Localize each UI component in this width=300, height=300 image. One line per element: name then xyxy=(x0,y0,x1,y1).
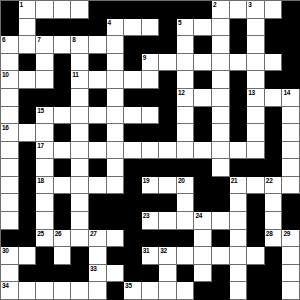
black-cell-r17c12 xyxy=(194,282,212,300)
white-cell-r9c7[interactable] xyxy=(107,142,125,160)
white-cell-r8c3[interactable] xyxy=(36,124,54,142)
black-cell-r14c8 xyxy=(124,230,142,248)
white-cell-r2c12[interactable] xyxy=(194,19,212,37)
crossword-board: 1234567891011121314151617181920212223242… xyxy=(0,0,300,300)
white-cell-r9c6[interactable] xyxy=(89,142,107,160)
black-cell-r13c2 xyxy=(19,212,37,230)
white-cell-r5c6[interactable] xyxy=(89,71,107,89)
white-cell-r5c2[interactable] xyxy=(19,71,37,89)
clue-number-15: 15 xyxy=(37,107,44,114)
black-cell-r7c2 xyxy=(19,107,37,125)
clue-number-26: 26 xyxy=(55,230,62,237)
white-cell-r4c13[interactable] xyxy=(212,54,230,72)
black-cell-r12c7 xyxy=(107,194,125,212)
black-cell-r8c10 xyxy=(159,124,177,142)
white-cell-r13c1[interactable] xyxy=(1,212,19,230)
white-cell-r16c7[interactable] xyxy=(107,265,125,283)
black-cell-r1c17 xyxy=(282,1,300,19)
black-cell-r12c4 xyxy=(54,194,72,212)
black-cell-r14c11 xyxy=(177,230,195,248)
white-cell-r2c7[interactable]: 4 xyxy=(107,19,125,37)
black-cell-r7c10 xyxy=(159,107,177,125)
white-cell-r11c15[interactable] xyxy=(247,177,265,195)
white-cell-r13c11[interactable] xyxy=(177,212,195,230)
white-cell-r17c10[interactable] xyxy=(159,282,177,300)
black-cell-r12c9 xyxy=(142,194,160,212)
white-cell-r6c17[interactable]: 14 xyxy=(282,89,300,107)
white-cell-r1c5[interactable] xyxy=(71,1,89,19)
white-cell-r14c14[interactable] xyxy=(230,230,248,248)
black-cell-r10c10 xyxy=(159,159,177,177)
black-cell-r16c13 xyxy=(212,265,230,283)
black-cell-r13c15 xyxy=(247,212,265,230)
white-cell-r11c7[interactable] xyxy=(107,177,125,195)
white-cell-r1c16[interactable] xyxy=(265,1,283,19)
white-cell-r10c13[interactable] xyxy=(212,159,230,177)
black-cell-r15c3 xyxy=(36,247,54,265)
white-cell-r12c1[interactable] xyxy=(1,194,19,212)
white-cell-r10c3[interactable] xyxy=(36,159,54,177)
white-cell-r10c7[interactable] xyxy=(107,159,125,177)
black-cell-r15c7 xyxy=(107,247,125,265)
clue-number-10: 10 xyxy=(2,71,9,78)
white-cell-r9c3[interactable]: 17 xyxy=(36,142,54,160)
black-cell-r17c16 xyxy=(265,282,283,300)
black-cell-r13c8 xyxy=(124,212,142,230)
white-cell-r4c7[interactable] xyxy=(107,54,125,72)
black-cell-r10c11 xyxy=(177,159,195,177)
white-cell-r7c9[interactable] xyxy=(142,107,160,125)
black-cell-r12c12 xyxy=(194,194,212,212)
white-cell-r8c5[interactable] xyxy=(71,124,89,142)
white-cell-r5c11[interactable] xyxy=(177,71,195,89)
black-cell-r13c7 xyxy=(107,212,125,230)
clue-number-28: 28 xyxy=(266,230,273,237)
black-cell-r17c7 xyxy=(107,282,125,300)
white-cell-r6c12[interactable] xyxy=(194,89,212,107)
white-cell-r15c13[interactable] xyxy=(212,247,230,265)
white-cell-r17c1[interactable]: 34 xyxy=(1,282,19,300)
black-cell-r10c4 xyxy=(54,159,72,177)
white-cell-r1c3[interactable] xyxy=(36,1,54,19)
white-cell-r11c10[interactable] xyxy=(159,177,177,195)
black-cell-r2c10 xyxy=(159,19,177,37)
white-cell-r8c15[interactable] xyxy=(247,124,265,142)
clue-number-14: 14 xyxy=(283,89,290,96)
black-cell-r12c10 xyxy=(159,194,177,212)
white-cell-r13c14[interactable] xyxy=(230,212,248,230)
black-cell-r1c1 xyxy=(1,1,19,19)
white-cell-r6c7[interactable] xyxy=(107,89,125,107)
black-cell-r4c8 xyxy=(124,54,142,72)
white-cell-r6c13[interactable] xyxy=(212,89,230,107)
white-cell-r3c15[interactable] xyxy=(247,36,265,54)
black-cell-r6c8 xyxy=(124,89,142,107)
white-cell-r15c10[interactable]: 32 xyxy=(159,247,177,265)
black-cell-r8c12 xyxy=(194,124,212,142)
white-cell-r3c6[interactable] xyxy=(89,36,107,54)
white-cell-r5c15[interactable] xyxy=(247,71,265,89)
white-cell-r11c5[interactable] xyxy=(71,177,89,195)
white-cell-r7c6[interactable] xyxy=(89,107,107,125)
black-cell-r8c16 xyxy=(265,124,283,142)
black-cell-r12c8 xyxy=(124,194,142,212)
white-cell-r3c7[interactable] xyxy=(107,36,125,54)
white-cell-r3c1[interactable]: 6 xyxy=(1,36,19,54)
white-cell-r13c13[interactable] xyxy=(212,212,230,230)
white-cell-r10c1[interactable] xyxy=(1,159,19,177)
white-cell-r7c4[interactable] xyxy=(54,107,72,125)
white-cell-r14c3[interactable]: 25 xyxy=(36,230,54,248)
white-cell-r2c11[interactable]: 5 xyxy=(177,19,195,37)
black-cell-r8c6 xyxy=(89,124,107,142)
black-cell-r1c6 xyxy=(89,1,107,19)
white-cell-r17c8[interactable]: 35 xyxy=(124,282,142,300)
white-cell-r10c17[interactable] xyxy=(282,159,300,177)
white-cell-r17c14[interactable] xyxy=(230,282,248,300)
black-cell-r8c8 xyxy=(124,124,142,142)
black-cell-r2c14 xyxy=(230,19,248,37)
black-cell-r2c3 xyxy=(36,19,54,37)
white-cell-r17c11[interactable] xyxy=(177,282,195,300)
black-cell-r16c2 xyxy=(19,265,37,283)
black-cell-r6c4 xyxy=(54,89,72,107)
black-cell-r10c14 xyxy=(230,159,248,177)
black-cell-r2c6 xyxy=(89,19,107,37)
white-cell-r9c5[interactable] xyxy=(71,142,89,160)
white-cell-r4c11[interactable] xyxy=(177,54,195,72)
black-cell-r16c8 xyxy=(124,265,142,283)
white-cell-r9c4[interactable] xyxy=(54,142,72,160)
clue-number-21: 21 xyxy=(231,177,238,184)
white-cell-r4c5[interactable] xyxy=(71,54,89,72)
white-cell-r5c13[interactable] xyxy=(212,71,230,89)
black-cell-r12c17 xyxy=(282,194,300,212)
clue-number-12: 12 xyxy=(178,89,185,96)
black-cell-r5c16 xyxy=(265,71,283,89)
white-cell-r13c10[interactable] xyxy=(159,212,177,230)
white-cell-r4c3[interactable] xyxy=(36,54,54,72)
white-cell-r12c3[interactable] xyxy=(36,194,54,212)
black-cell-r6c6 xyxy=(89,89,107,107)
white-cell-r9c8[interactable] xyxy=(124,142,142,160)
black-cell-r16c15 xyxy=(247,265,265,283)
white-cell-r12c5[interactable] xyxy=(71,194,89,212)
black-cell-r1c12 xyxy=(194,1,212,19)
white-cell-r13c16[interactable] xyxy=(265,212,283,230)
black-cell-r14c9 xyxy=(142,230,160,248)
white-cell-r15c9[interactable]: 31 xyxy=(142,247,160,265)
white-cell-r14c5[interactable] xyxy=(71,230,89,248)
white-cell-r15c12[interactable] xyxy=(194,247,212,265)
black-cell-r14c2 xyxy=(19,230,37,248)
clue-number-11: 11 xyxy=(72,71,78,78)
clue-number-31: 31 xyxy=(143,247,150,254)
white-cell-r11c14[interactable]: 21 xyxy=(230,177,248,195)
white-cell-r9c17[interactable] xyxy=(282,142,300,160)
black-cell-r11c12 xyxy=(194,177,212,195)
white-cell-r9c9[interactable] xyxy=(142,142,160,160)
white-cell-r17c9[interactable] xyxy=(142,282,160,300)
black-cell-r6c2 xyxy=(19,89,37,107)
white-cell-r12c11[interactable] xyxy=(177,194,195,212)
black-cell-r10c12 xyxy=(194,159,212,177)
white-cell-r13c12[interactable]: 24 xyxy=(194,212,212,230)
black-cell-r14c13 xyxy=(212,230,230,248)
black-cell-r5c10 xyxy=(159,71,177,89)
white-cell-r6c5[interactable] xyxy=(71,89,89,107)
white-cell-r1c4[interactable] xyxy=(54,1,72,19)
white-cell-r9c14[interactable] xyxy=(230,142,248,160)
black-cell-r6c3 xyxy=(36,89,54,107)
white-cell-r8c13[interactable] xyxy=(212,124,230,142)
white-cell-r7c1[interactable] xyxy=(1,107,19,125)
white-cell-r4c1[interactable] xyxy=(1,54,19,72)
black-cell-r3c8 xyxy=(124,36,142,54)
white-cell-r7c7[interactable] xyxy=(107,107,125,125)
white-cell-r16c17[interactable] xyxy=(282,265,300,283)
clue-number-27: 27 xyxy=(90,230,97,237)
black-cell-r14c10 xyxy=(159,230,177,248)
black-cell-r13c17 xyxy=(282,212,300,230)
clue-number-17: 17 xyxy=(37,142,44,149)
black-cell-r10c6 xyxy=(89,159,107,177)
black-cell-r16c4 xyxy=(54,265,72,283)
black-cell-r10c2 xyxy=(19,159,37,177)
white-cell-r9c15[interactable] xyxy=(247,142,265,160)
black-cell-r17c13 xyxy=(212,282,230,300)
clue-number-7: 7 xyxy=(37,36,40,43)
white-cell-r5c5[interactable]: 11 xyxy=(71,71,89,89)
white-cell-r7c8[interactable] xyxy=(124,107,142,125)
white-cell-r16c12[interactable] xyxy=(194,265,212,283)
white-cell-r4c12[interactable] xyxy=(194,54,212,72)
white-cell-r3c5[interactable]: 8 xyxy=(71,36,89,54)
white-cell-r9c12[interactable] xyxy=(194,142,212,160)
white-cell-r5c7[interactable] xyxy=(107,71,125,89)
black-cell-r16c5 xyxy=(71,265,89,283)
white-cell-r15c6[interactable] xyxy=(89,247,107,265)
white-cell-r5c8[interactable] xyxy=(124,71,142,89)
white-cell-r1c14[interactable] xyxy=(230,1,248,19)
white-cell-r15c2[interactable] xyxy=(19,247,37,265)
black-cell-r3c9 xyxy=(142,36,160,54)
white-cell-r11c9[interactable]: 19 xyxy=(142,177,160,195)
black-cell-r2c1 xyxy=(1,19,19,37)
white-cell-r11c6[interactable] xyxy=(89,177,107,195)
clue-number-23: 23 xyxy=(143,212,150,219)
clue-number-32: 32 xyxy=(160,247,167,254)
white-cell-r6c16[interactable] xyxy=(265,89,283,107)
white-cell-r9c10[interactable] xyxy=(159,142,177,160)
white-cell-r8c11[interactable] xyxy=(177,124,195,142)
black-cell-r9c16 xyxy=(265,142,283,160)
black-cell-r16c3 xyxy=(36,265,54,283)
white-cell-r7c3[interactable]: 15 xyxy=(36,107,54,125)
white-cell-r8c1[interactable]: 16 xyxy=(1,124,19,142)
white-cell-r11c4[interactable] xyxy=(54,177,72,195)
black-cell-r5c14 xyxy=(230,71,248,89)
clue-number-34: 34 xyxy=(2,282,9,289)
white-cell-r5c3[interactable] xyxy=(36,71,54,89)
white-cell-r15c14[interactable] xyxy=(230,247,248,265)
clue-number-24: 24 xyxy=(195,212,202,219)
crossword-grid: 1234567891011121314151617181920212223242… xyxy=(0,0,300,300)
white-cell-r6c11[interactable]: 12 xyxy=(177,89,195,107)
white-cell-r14c17[interactable]: 29 xyxy=(282,230,300,248)
white-cell-r2c13[interactable] xyxy=(212,19,230,37)
white-cell-r3c4[interactable] xyxy=(54,36,72,54)
black-cell-r15c8 xyxy=(124,247,142,265)
white-cell-r9c11[interactable] xyxy=(177,142,195,160)
black-cell-r3c10 xyxy=(159,36,177,54)
white-cell-r15c15[interactable] xyxy=(247,247,265,265)
white-cell-r14c12[interactable] xyxy=(194,230,212,248)
white-cell-r16c1[interactable] xyxy=(1,265,19,283)
white-cell-r15c11[interactable] xyxy=(177,247,195,265)
white-cell-r6c15[interactable]: 13 xyxy=(247,89,265,107)
white-cell-r8c17[interactable] xyxy=(282,124,300,142)
black-cell-r7c16 xyxy=(265,107,283,125)
black-cell-r11c2 xyxy=(19,177,37,195)
white-cell-r3c11[interactable] xyxy=(177,36,195,54)
white-cell-r16c14[interactable] xyxy=(230,265,248,283)
white-cell-r1c15[interactable]: 3 xyxy=(247,1,265,19)
white-cell-r10c5[interactable] xyxy=(71,159,89,177)
black-cell-r7c12 xyxy=(194,107,212,125)
white-cell-r16c6[interactable]: 33 xyxy=(89,265,107,283)
black-cell-r9c2 xyxy=(19,142,37,160)
black-cell-r12c13 xyxy=(212,194,230,212)
black-cell-r4c2 xyxy=(19,54,37,72)
white-cell-r14c6[interactable]: 27 xyxy=(89,230,107,248)
white-cell-r1c13[interactable]: 2 xyxy=(212,1,230,19)
white-cell-r11c16[interactable]: 22 xyxy=(265,177,283,195)
white-cell-r3c2[interactable] xyxy=(19,36,37,54)
white-cell-r7c11[interactable] xyxy=(177,107,195,125)
black-cell-r14c15 xyxy=(247,230,265,248)
white-cell-r15c4[interactable] xyxy=(54,247,72,265)
black-cell-r17c15 xyxy=(247,282,265,300)
black-cell-r14c1 xyxy=(1,230,19,248)
black-cell-r2c5 xyxy=(71,19,89,37)
white-cell-r4c10[interactable] xyxy=(159,54,177,72)
black-cell-r1c7 xyxy=(107,1,125,19)
white-cell-r2c8[interactable] xyxy=(124,19,142,37)
white-cell-r7c5[interactable] xyxy=(71,107,89,125)
white-cell-r2c2[interactable] xyxy=(19,19,37,37)
white-cell-r7c13[interactable] xyxy=(212,107,230,125)
white-cell-r3c13[interactable] xyxy=(212,36,230,54)
white-cell-r17c3[interactable] xyxy=(36,282,54,300)
white-cell-r11c3[interactable]: 18 xyxy=(36,177,54,195)
white-cell-r3c3[interactable]: 7 xyxy=(36,36,54,54)
white-cell-r17c2[interactable] xyxy=(19,282,37,300)
black-cell-r12c2 xyxy=(19,194,37,212)
white-cell-r11c11[interactable]: 20 xyxy=(177,177,195,195)
white-cell-r15c1[interactable]: 30 xyxy=(1,247,19,265)
white-cell-r17c6[interactable] xyxy=(89,282,107,300)
white-cell-r7c15[interactable] xyxy=(247,107,265,125)
black-cell-r1c11 xyxy=(177,1,195,19)
black-cell-r10c16 xyxy=(265,159,283,177)
black-cell-r3c17 xyxy=(282,36,300,54)
white-cell-r6c1[interactable] xyxy=(1,89,19,107)
clue-number-16: 16 xyxy=(2,124,9,131)
white-cell-r12c16[interactable] xyxy=(265,194,283,212)
black-cell-r3c14 xyxy=(230,36,248,54)
black-cell-r16c11 xyxy=(177,265,195,283)
clue-number-18: 18 xyxy=(37,177,44,184)
white-cell-r11c17[interactable] xyxy=(282,177,300,195)
white-cell-r16c10[interactable] xyxy=(159,265,177,283)
white-cell-r14c4[interactable]: 26 xyxy=(54,230,72,248)
black-cell-r11c13 xyxy=(212,177,230,195)
clue-number-6: 6 xyxy=(2,36,5,43)
black-cell-r3c12 xyxy=(194,36,212,54)
white-cell-r17c17[interactable] xyxy=(282,282,300,300)
white-cell-r17c4[interactable] xyxy=(54,282,72,300)
white-cell-r4c16[interactable] xyxy=(265,54,283,72)
white-cell-r13c5[interactable] xyxy=(71,212,89,230)
white-cell-r9c1[interactable] xyxy=(1,142,19,160)
white-cell-r4c15[interactable] xyxy=(247,54,265,72)
white-cell-r17c5[interactable] xyxy=(71,282,89,300)
clue-number-35: 35 xyxy=(125,282,132,289)
white-cell-r5c1[interactable]: 10 xyxy=(1,71,19,89)
black-cell-r15c16 xyxy=(265,247,283,265)
white-cell-r7c17[interactable] xyxy=(282,107,300,125)
clue-number-3: 3 xyxy=(248,1,251,8)
black-cell-r6c14 xyxy=(230,89,248,107)
white-cell-r12c14[interactable] xyxy=(230,194,248,212)
clue-number-30: 30 xyxy=(2,247,9,254)
black-cell-r10c8 xyxy=(124,159,142,177)
white-cell-r13c9[interactable]: 23 xyxy=(142,212,160,230)
white-cell-r5c9[interactable] xyxy=(142,71,160,89)
black-cell-r6c9 xyxy=(142,89,160,107)
white-cell-r2c15[interactable] xyxy=(247,19,265,37)
black-cell-r2c4 xyxy=(54,19,72,37)
white-cell-r9c13[interactable] xyxy=(212,142,230,160)
white-cell-r13c3[interactable] xyxy=(36,212,54,230)
black-cell-r7c14 xyxy=(230,107,248,125)
black-cell-r12c6 xyxy=(89,194,107,212)
black-cell-r12c15 xyxy=(247,194,265,212)
black-cell-r3c16 xyxy=(265,36,283,54)
white-cell-r1c2[interactable]: 1 xyxy=(19,1,37,19)
clue-number-8: 8 xyxy=(72,36,75,43)
white-cell-r8c7[interactable] xyxy=(107,124,125,142)
clue-number-2: 2 xyxy=(213,1,216,8)
clue-number-19: 19 xyxy=(143,177,150,184)
white-cell-r14c7[interactable] xyxy=(107,230,125,248)
black-cell-r13c6 xyxy=(89,212,107,230)
black-cell-r6c10 xyxy=(159,89,177,107)
black-cell-r4c6 xyxy=(89,54,107,72)
white-cell-r4c14[interactable] xyxy=(230,54,248,72)
white-cell-r2c9[interactable] xyxy=(142,19,160,37)
black-cell-r10c9 xyxy=(142,159,160,177)
white-cell-r15c17[interactable] xyxy=(282,247,300,265)
clue-number-5: 5 xyxy=(178,19,181,26)
clue-number-29: 29 xyxy=(283,230,290,237)
white-cell-r11c1[interactable] xyxy=(1,177,19,195)
white-cell-r4c9[interactable]: 9 xyxy=(142,54,160,72)
clue-number-9: 9 xyxy=(143,54,146,61)
white-cell-r8c2[interactable] xyxy=(19,124,37,142)
white-cell-r14c16[interactable]: 28 xyxy=(265,230,283,248)
